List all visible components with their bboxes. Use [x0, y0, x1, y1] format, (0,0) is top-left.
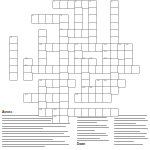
grid-cell [60, 51, 67, 58]
grid-cell [111, 73, 118, 80]
grid-cell: 29 [39, 109, 46, 116]
grid-cell: 25 [82, 87, 89, 94]
clue-number: 5 [32, 15, 33, 17]
clue-text-line [114, 141, 134, 142]
grid-cell [68, 80, 75, 87]
grid-cell [53, 44, 60, 51]
clue-number: 6 [61, 15, 62, 17]
grid-cell [53, 94, 60, 101]
clue-number: 11 [75, 44, 78, 46]
grid-cell [10, 66, 17, 73]
clue-number: 12 [104, 44, 107, 46]
clue-number: 2 [75, 1, 76, 3]
grid-cell [89, 15, 96, 22]
grid-cell [60, 87, 67, 94]
grid-cell [89, 94, 96, 101]
grid-cell [60, 73, 67, 80]
clue-number: 10 [39, 44, 42, 46]
grid-cell [89, 66, 96, 73]
grid-cell [82, 44, 89, 51]
grid-cell [32, 94, 39, 101]
grid-cell [118, 66, 125, 73]
grid-cell: 19 [89, 59, 96, 66]
grid-cell [68, 30, 75, 37]
clue-number: 14 [125, 44, 128, 46]
grid-cell [39, 15, 46, 22]
grid-cell: 14 [125, 44, 132, 51]
clue-text-line [77, 135, 108, 136]
clue-text-line [2, 133, 64, 134]
grid-cell: 21 [24, 66, 31, 73]
grid-cell [125, 59, 132, 66]
grid-cell [111, 80, 118, 87]
clue-number: 9 [10, 37, 11, 39]
clue-number: 28 [75, 94, 78, 96]
grid-cell [46, 94, 53, 101]
grid-cell [111, 37, 118, 44]
clue-number: 20 [104, 58, 107, 60]
grid-cell: 18 [82, 59, 89, 66]
grid-cell [39, 59, 46, 66]
grid-cell [118, 80, 125, 87]
grid-cell: 9 [10, 37, 17, 44]
grid-cell: 5 [32, 15, 39, 22]
grid-cell [46, 109, 53, 116]
grid-cell [60, 37, 67, 44]
grid-cell [96, 66, 103, 73]
clue-number: 17 [75, 58, 78, 60]
clue-text-line [77, 138, 100, 139]
clue-number: 18 [82, 58, 85, 60]
grid-cell [75, 66, 82, 73]
grid-cell [68, 44, 75, 51]
grid-cell [60, 66, 67, 73]
grid-cell [89, 8, 96, 15]
grid-cell [89, 44, 96, 51]
grid-cell [125, 51, 132, 58]
grid-cell [60, 109, 67, 116]
grid-cell [53, 15, 60, 22]
grid-cell [75, 30, 82, 37]
grid-cell: 6 [60, 15, 67, 22]
clue-number: 15 [104, 51, 107, 53]
clue-text-line [114, 144, 143, 145]
clue-number: 13 [118, 44, 121, 46]
clue-text-line [114, 125, 146, 126]
grid-cell [111, 51, 118, 58]
clue-number: 24 [104, 80, 107, 82]
clue-text-line [77, 127, 109, 128]
clue-text-line [77, 130, 95, 131]
clue-number: 22 [39, 80, 42, 82]
clue-text-line [114, 133, 147, 134]
grid-cell [132, 66, 139, 73]
grid-cell [39, 94, 46, 101]
grid-cell [60, 116, 67, 123]
clue-text-line [114, 136, 145, 137]
grid-cell: 7 [39, 30, 46, 37]
grid-cell: 8 [60, 30, 67, 37]
grid-cell [10, 73, 17, 80]
clue-number: 30 [54, 109, 57, 111]
grid-cell: 23 [96, 80, 103, 87]
grid-cell [82, 109, 89, 116]
grid-cell: 17 [75, 59, 82, 66]
grid-cell: 2 [75, 1, 82, 8]
grid-cell [60, 80, 67, 87]
grid-cell [24, 73, 31, 80]
grid-cell [111, 109, 118, 116]
clue-text-line [2, 144, 69, 145]
grid-cell [111, 30, 118, 37]
grid-cell [75, 8, 82, 15]
grid-cell: 10 [39, 44, 46, 51]
grid-cell [89, 30, 96, 37]
clue-text-line [77, 133, 106, 134]
grid-cell [103, 109, 110, 116]
clue-text-line [2, 136, 70, 137]
grid-cell [46, 15, 53, 22]
grid-cell [68, 66, 75, 73]
grid-cell [111, 23, 118, 30]
clue-text-line [114, 128, 148, 129]
grid-cell [89, 109, 96, 116]
grid-cell [111, 59, 118, 66]
grid-cell: 24 [103, 80, 110, 87]
clue-number: 8 [61, 29, 62, 31]
grid-cell [46, 80, 53, 87]
grid-cell [32, 66, 39, 73]
grid-cell [75, 15, 82, 22]
grid-cell [111, 15, 118, 22]
grid-cell: 20 [103, 59, 110, 66]
grid-cell [89, 23, 96, 30]
grid-cell [53, 66, 60, 73]
clue-number: 26 [89, 87, 92, 89]
clue-number: 25 [82, 87, 85, 89]
clue-number: 4 [111, 1, 112, 3]
grid-cell: 4 [111, 1, 118, 8]
clue-number: 16 [25, 58, 28, 60]
clue-number: 19 [89, 58, 92, 60]
grid-cell: 26 [89, 87, 96, 94]
grid-cell [75, 23, 82, 30]
grid-cell [89, 37, 96, 44]
grid-cell [46, 66, 53, 73]
clue-number: 23 [97, 80, 100, 82]
grid-cell [96, 94, 103, 101]
clue-text-line [77, 125, 107, 126]
grid-cell [82, 1, 89, 8]
grid-cell [96, 87, 103, 94]
grid-cell: 3 [89, 1, 96, 8]
clue-section-header: Down [77, 143, 110, 146]
crossword-grid: 1234567891011121314151617181920212223242… [10, 1, 139, 123]
grid-cell [68, 109, 75, 116]
grid-cell [60, 44, 67, 51]
grid-cell [82, 30, 89, 37]
grid-cell [60, 94, 67, 101]
grid-cell [103, 66, 110, 73]
grid-cell [39, 87, 46, 94]
clue-text-line [114, 138, 148, 139]
grid-cell [60, 59, 67, 66]
grid-cell: 1 [53, 1, 60, 8]
grid-cell [111, 8, 118, 15]
grid-cell [46, 44, 53, 51]
grid-cell [111, 66, 118, 73]
grid-cell: 27 [24, 94, 31, 101]
clue-number: 27 [25, 94, 28, 96]
grid-cell: 13 [118, 44, 125, 51]
grid-cell [82, 94, 89, 101]
clue-text-line [2, 128, 43, 129]
clue-text-line [2, 126, 66, 127]
clue-number: 1 [54, 1, 55, 3]
grid-cell [53, 80, 60, 87]
grid-cell: 22 [39, 80, 46, 87]
grid-cell [39, 66, 46, 73]
grid-cell [111, 44, 118, 51]
grid-cell [60, 1, 67, 8]
clue-text-line [2, 141, 65, 142]
grid-cell [103, 87, 110, 94]
clue-number: 7 [39, 29, 40, 31]
grid-cell: 28 [75, 94, 82, 101]
grid-cell [60, 102, 67, 109]
grid-cell [68, 1, 75, 8]
grid-cell [10, 59, 17, 66]
clue-number: 21 [25, 65, 28, 67]
grid-cell [39, 51, 46, 58]
clue-number: 29 [39, 109, 42, 111]
grid-cell [96, 44, 103, 51]
grid-cell [118, 51, 125, 58]
grid-cell: 11 [75, 44, 82, 51]
grid-cell [82, 66, 89, 73]
grid-cell [75, 109, 82, 116]
clue-number: 3 [89, 1, 90, 3]
clue-number: 31 [54, 116, 57, 118]
grid-cell [10, 44, 17, 51]
clue-text-line [2, 146, 45, 147]
clue-text-line [114, 131, 140, 132]
grid-cell [103, 94, 110, 101]
grid-cell [82, 73, 89, 80]
grid-cell [111, 87, 118, 94]
grid-cell [10, 51, 17, 58]
clue-text-line [2, 131, 68, 132]
grid-cell [125, 66, 132, 73]
grid-cell: 31 [53, 116, 60, 123]
clue-text-line [2, 139, 53, 140]
grid-cell [96, 109, 103, 116]
